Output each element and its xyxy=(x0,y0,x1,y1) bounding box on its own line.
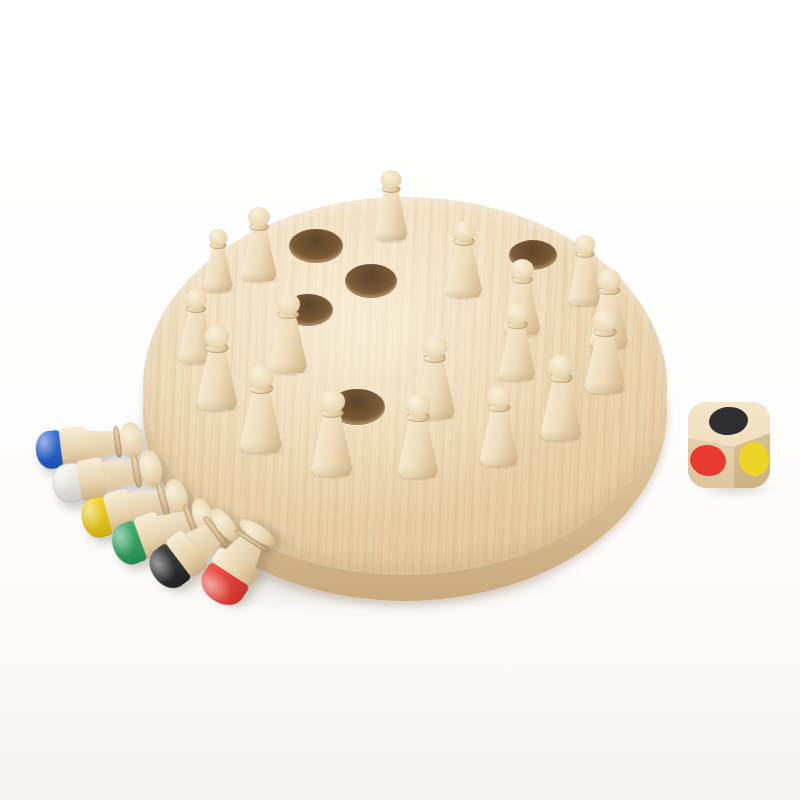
peg-body xyxy=(497,325,537,380)
color-die[interactable] xyxy=(688,402,770,488)
peg-body xyxy=(373,190,409,240)
peg-body xyxy=(240,228,278,281)
peg-body xyxy=(238,390,284,453)
peg-head xyxy=(548,355,574,378)
standing-peg[interactable] xyxy=(267,293,309,373)
peg-body xyxy=(478,408,520,466)
peg-head xyxy=(209,229,228,246)
standing-peg[interactable] xyxy=(240,207,278,281)
standing-peg[interactable] xyxy=(583,309,627,393)
peg-body xyxy=(539,379,583,440)
peg-head xyxy=(405,394,430,417)
peg-head xyxy=(185,289,207,309)
peg-body xyxy=(444,242,484,297)
peg-head xyxy=(487,386,511,408)
peg-head xyxy=(380,170,401,189)
empty-hole[interactable] xyxy=(345,264,397,298)
peg-head xyxy=(276,293,300,315)
standing-peg[interactable] xyxy=(497,304,537,380)
peg-body xyxy=(396,418,440,478)
peg-head xyxy=(574,235,595,254)
peg-head xyxy=(597,269,621,291)
peg-head xyxy=(511,259,534,280)
peg-head xyxy=(453,221,476,242)
standing-peg[interactable] xyxy=(195,325,239,410)
peg-head xyxy=(248,365,274,389)
peg-body xyxy=(583,333,627,393)
standing-peg[interactable] xyxy=(202,229,234,291)
peg-head xyxy=(592,309,617,332)
standing-peg[interactable] xyxy=(373,170,409,240)
empty-hole[interactable] xyxy=(289,229,343,263)
standing-peg[interactable] xyxy=(444,221,484,297)
standing-peg[interactable] xyxy=(539,355,583,440)
standing-peg[interactable] xyxy=(238,365,284,453)
peg-head xyxy=(506,304,529,325)
peg-body xyxy=(310,414,355,476)
scene xyxy=(0,0,800,800)
peg-body xyxy=(202,246,234,291)
standing-peg[interactable] xyxy=(310,390,355,476)
peg-head xyxy=(204,325,230,348)
standing-peg[interactable] xyxy=(478,386,520,466)
standing-peg[interactable] xyxy=(396,394,440,478)
peg-body xyxy=(195,349,239,410)
peg-head xyxy=(248,207,270,227)
peg-head xyxy=(319,390,345,413)
